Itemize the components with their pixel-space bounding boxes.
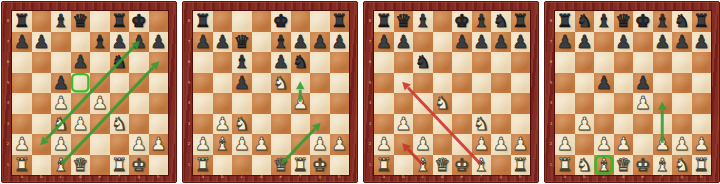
square-d8[interactable]: ♛: [614, 11, 634, 32]
square-d7[interactable]: [252, 32, 272, 53]
square-h2[interactable]: ♟: [511, 134, 531, 155]
piece-black-knight-c6[interactable]: ♞: [415, 53, 431, 71]
piece-white-bishop-f1[interactable]: ♝: [654, 155, 670, 173]
square-h3[interactable]: [692, 114, 712, 135]
square-f4[interactable]: [653, 93, 673, 114]
square-f5[interactable]: [472, 73, 492, 94]
square-b5[interactable]: [213, 73, 233, 94]
square-e7[interactable]: ♟: [452, 32, 472, 53]
square-a2[interactable]: ♟: [374, 134, 394, 155]
square-a8[interactable]: ♜: [555, 11, 575, 32]
square-b2[interactable]: ♝: [213, 134, 233, 155]
square-c4[interactable]: ♟: [51, 93, 71, 114]
square-e7[interactable]: ♝: [90, 32, 110, 53]
square-h8[interactable]: ♜: [330, 11, 350, 32]
square-h6[interactable]: [330, 52, 350, 73]
square-g2[interactable]: ♟: [129, 134, 149, 155]
square-c8[interactable]: ♝: [413, 11, 433, 32]
square-a7[interactable]: ♟: [374, 32, 394, 53]
piece-white-rook-a1[interactable]: ♜: [557, 155, 573, 173]
piece-white-pawn-b3[interactable]: ♟: [576, 114, 592, 132]
square-e4[interactable]: [271, 93, 291, 114]
square-a6[interactable]: [12, 52, 32, 73]
piece-black-pawn-b7[interactable]: ♟: [576, 32, 592, 50]
piece-black-bishop-c8[interactable]: ♝: [596, 12, 612, 30]
square-b6[interactable]: [575, 52, 595, 73]
square-h4[interactable]: [149, 93, 169, 114]
piece-white-pawn-c2[interactable]: ♟: [53, 135, 69, 153]
square-h4[interactable]: [330, 93, 350, 114]
square-c1[interactable]: ♝: [51, 155, 71, 176]
piece-black-pawn-g7[interactable]: ♟: [674, 32, 690, 50]
square-b1[interactable]: [213, 155, 233, 176]
square-h7[interactable]: ♟: [511, 32, 531, 53]
square-c6[interactable]: [594, 52, 614, 73]
square-d3[interactable]: [252, 114, 272, 135]
piece-black-knight-g8[interactable]: ♞: [493, 12, 509, 30]
piece-white-pawn-b3[interactable]: ♟: [395, 114, 411, 132]
square-d6[interactable]: ♟: [71, 52, 91, 73]
square-f6[interactable]: [472, 52, 492, 73]
piece-black-pawn-d6[interactable]: ♟: [72, 53, 88, 71]
square-b8[interactable]: ♛: [394, 11, 414, 32]
square-c3[interactable]: [594, 114, 614, 135]
square-a2[interactable]: ♟: [193, 134, 213, 155]
square-a1[interactable]: ♜: [374, 155, 394, 176]
square-a6[interactable]: [374, 52, 394, 73]
piece-white-knight-f3[interactable]: ♞: [111, 114, 127, 132]
piece-black-rook-a8[interactable]: ♜: [376, 12, 392, 30]
piece-black-queen-b8[interactable]: ♛: [395, 12, 411, 30]
square-b3[interactable]: ♟: [213, 114, 233, 135]
square-b5[interactable]: [575, 73, 595, 94]
piece-white-rook-a1[interactable]: ♜: [195, 155, 211, 173]
square-f2[interactable]: ♟: [653, 134, 673, 155]
square-b1[interactable]: [394, 155, 414, 176]
square-d8[interactable]: [252, 11, 272, 32]
square-d6[interactable]: [614, 52, 634, 73]
square-f3[interactable]: [291, 114, 311, 135]
square-h3[interactable]: [330, 114, 350, 135]
square-f5[interactable]: [653, 73, 673, 94]
square-f2[interactable]: [291, 134, 311, 155]
square-g4[interactable]: [310, 93, 330, 114]
piece-black-pawn-e5[interactable]: ♟: [635, 73, 651, 91]
square-a5[interactable]: [374, 73, 394, 94]
piece-white-pawn-g2[interactable]: ♟: [131, 135, 147, 153]
square-c2[interactable]: ♟: [51, 134, 71, 155]
piece-black-rook-h8[interactable]: ♜: [512, 12, 528, 30]
square-b6[interactable]: [213, 52, 233, 73]
piece-black-pawn-a7[interactable]: ♟: [557, 32, 573, 50]
square-b3[interactable]: ♟: [394, 114, 414, 135]
piece-black-pawn-f7[interactable]: ♟: [654, 32, 670, 50]
square-f8[interactable]: ♜: [110, 11, 130, 32]
square-g2[interactable]: ♟: [672, 134, 692, 155]
square-d4[interactable]: ♞: [433, 93, 453, 114]
piece-white-king-g1[interactable]: ♚: [312, 155, 328, 173]
piece-white-knight-f3[interactable]: ♞: [473, 114, 489, 132]
piece-black-rook-h8[interactable]: ♜: [693, 12, 709, 30]
piece-black-king-e8[interactable]: ♚: [454, 12, 470, 30]
square-d2[interactable]: ♟: [252, 134, 272, 155]
square-f6[interactable]: ♞: [110, 52, 130, 73]
square-g5[interactable]: [129, 73, 149, 94]
square-f8[interactable]: [291, 11, 311, 32]
square-e6[interactable]: [90, 52, 110, 73]
square-b4[interactable]: [394, 93, 414, 114]
square-e6[interactable]: [452, 52, 472, 73]
square-a4[interactable]: [193, 93, 213, 114]
square-c8[interactable]: [232, 11, 252, 32]
square-c4[interactable]: [232, 93, 252, 114]
square-b8[interactable]: ♞: [575, 11, 595, 32]
square-h4[interactable]: [511, 93, 531, 114]
square-a4[interactable]: [12, 93, 32, 114]
square-g3[interactable]: [310, 114, 330, 135]
square-c4[interactable]: [413, 93, 433, 114]
square-h5[interactable]: [149, 73, 169, 94]
square-c3[interactable]: ♞: [232, 114, 252, 135]
square-e8[interactable]: ♚: [271, 11, 291, 32]
piece-black-pawn-g7[interactable]: ♟: [312, 32, 328, 50]
square-g1[interactable]: ♞: [672, 155, 692, 176]
square-a3[interactable]: [555, 114, 575, 135]
square-b6[interactable]: [32, 52, 52, 73]
piece-black-pawn-g7[interactable]: ♟: [131, 32, 147, 50]
square-g3[interactable]: [129, 114, 149, 135]
square-c2[interactable]: ♟: [594, 134, 614, 155]
piece-white-pawn-c2[interactable]: ♟: [234, 135, 250, 153]
square-a1[interactable]: ♜: [12, 155, 32, 176]
square-d7[interactable]: [433, 32, 453, 53]
square-a7[interactable]: ♟: [193, 32, 213, 53]
square-f7[interactable]: ♟: [472, 32, 492, 53]
piece-black-bishop-e7[interactable]: ♝: [273, 32, 289, 50]
piece-white-queen-d1[interactable]: ♛: [72, 155, 88, 173]
square-b8[interactable]: [32, 11, 52, 32]
square-e5[interactable]: ♞: [271, 73, 291, 94]
square-b5[interactable]: [32, 73, 52, 94]
square-h3[interactable]: [149, 114, 169, 135]
square-c7[interactable]: [413, 32, 433, 53]
square-g7[interactable]: ♟: [129, 32, 149, 53]
square-g8[interactable]: [310, 11, 330, 32]
square-f1[interactable]: ♝: [472, 155, 492, 176]
square-f3[interactable]: ♞: [110, 114, 130, 135]
piece-black-pawn-f7[interactable]: ♟: [473, 32, 489, 50]
square-d1[interactable]: ♛: [614, 155, 634, 176]
square-b1[interactable]: [32, 155, 52, 176]
piece-white-knight-e5[interactable]: ♞: [273, 73, 289, 91]
piece-white-pawn-g2[interactable]: ♟: [493, 135, 509, 153]
square-g3[interactable]: [672, 114, 692, 135]
square-e5[interactable]: [452, 73, 472, 94]
square-c6[interactable]: ♞: [413, 52, 433, 73]
square-c1[interactable]: [232, 155, 252, 176]
square-e5[interactable]: [90, 73, 110, 94]
square-e4[interactable]: ♟: [90, 93, 110, 114]
square-f7[interactable]: ♟: [291, 32, 311, 53]
piece-white-pawn-h2[interactable]: ♟: [693, 135, 709, 153]
square-g7[interactable]: ♟: [310, 32, 330, 53]
square-b7[interactable]: ♟: [32, 32, 52, 53]
square-e6[interactable]: [633, 52, 653, 73]
square-g8[interactable]: ♞: [672, 11, 692, 32]
square-c2[interactable]: ♟: [413, 134, 433, 155]
square-c5[interactable]: [413, 73, 433, 94]
piece-black-pawn-c5[interactable]: ♟: [53, 73, 69, 91]
square-b2[interactable]: [32, 134, 52, 155]
piece-black-queen-c7[interactable]: ♛: [234, 32, 250, 50]
square-f5[interactable]: [291, 73, 311, 94]
piece-black-pawn-a7[interactable]: ♟: [376, 32, 392, 50]
piece-white-knight-c3[interactable]: ♞: [234, 114, 250, 132]
square-e3[interactable]: [452, 114, 472, 135]
piece-black-queen-d8[interactable]: ♛: [615, 12, 631, 30]
piece-white-pawn-c4[interactable]: ♟: [53, 94, 69, 112]
square-a6[interactable]: [193, 52, 213, 73]
square-d7[interactable]: ♟: [614, 32, 634, 53]
square-e8[interactable]: ♚: [633, 11, 653, 32]
square-g3[interactable]: [491, 114, 511, 135]
piece-black-pawn-g7[interactable]: ♟: [493, 32, 509, 50]
square-e1[interactable]: [90, 155, 110, 176]
square-g6[interactable]: [491, 52, 511, 73]
piece-white-rook-f1[interactable]: ♜: [111, 155, 127, 173]
piece-white-bishop-c1[interactable]: ♝: [415, 155, 431, 173]
square-d4[interactable]: [614, 93, 634, 114]
square-g7[interactable]: ♟: [491, 32, 511, 53]
piece-white-pawn-c2[interactable]: ♟: [596, 135, 612, 153]
square-a5[interactable]: [12, 73, 32, 94]
square-c1[interactable]: ♝: [594, 155, 614, 176]
piece-black-bishop-c8[interactable]: ♝: [53, 12, 69, 30]
square-d8[interactable]: [433, 11, 453, 32]
square-d4[interactable]: [71, 93, 91, 114]
square-d2[interactable]: [433, 134, 453, 155]
piece-black-pawn-h7[interactable]: ♟: [331, 32, 347, 50]
square-h7[interactable]: ♟: [149, 32, 169, 53]
piece-white-pawn-h2[interactable]: ♟: [331, 135, 347, 153]
square-e1[interactable]: ♛: [271, 155, 291, 176]
square-e8[interactable]: ♚: [452, 11, 472, 32]
piece-black-bishop-e7[interactable]: ♝: [92, 32, 108, 50]
square-e7[interactable]: ♝: [271, 32, 291, 53]
piece-white-knight-c3[interactable]: ♞: [53, 114, 69, 132]
square-b4[interactable]: [575, 93, 595, 114]
square-e7[interactable]: [633, 32, 653, 53]
square-d5[interactable]: [614, 73, 634, 94]
square-b8[interactable]: [213, 11, 233, 32]
square-f7[interactable]: ♟: [110, 32, 130, 53]
piece-white-rook-f1[interactable]: ♜: [292, 155, 308, 173]
piece-white-rook-h1[interactable]: ♜: [693, 155, 709, 173]
piece-black-king-e8[interactable]: ♚: [635, 12, 651, 30]
square-d3[interactable]: [614, 114, 634, 135]
square-h5[interactable]: [330, 73, 350, 94]
square-d5[interactable]: [252, 73, 272, 94]
piece-white-bishop-f1[interactable]: ♝: [473, 155, 489, 173]
piece-white-queen-d1[interactable]: ♛: [615, 155, 631, 173]
square-h7[interactable]: ♟: [330, 32, 350, 53]
piece-black-pawn-e6[interactable]: ♟: [273, 53, 289, 71]
piece-black-pawn-c5[interactable]: ♟: [234, 73, 250, 91]
square-f4[interactable]: [472, 93, 492, 114]
square-h8[interactable]: [149, 11, 169, 32]
square-b7[interactable]: ♟: [575, 32, 595, 53]
square-h1[interactable]: ♜: [692, 155, 712, 176]
piece-black-rook-h8[interactable]: ♜: [331, 12, 347, 30]
piece-white-queen-d1[interactable]: ♛: [434, 155, 450, 173]
square-h8[interactable]: ♜: [511, 11, 531, 32]
square-b2[interactable]: [394, 134, 414, 155]
piece-white-pawn-g2[interactable]: ♟: [674, 135, 690, 153]
square-c5[interactable]: ♟: [51, 73, 71, 94]
piece-white-pawn-a2[interactable]: ♟: [376, 135, 392, 153]
square-b3[interactable]: ♟: [575, 114, 595, 135]
square-a7[interactable]: ♟: [12, 32, 32, 53]
square-f1[interactable]: ♜: [291, 155, 311, 176]
piece-white-pawn-b3[interactable]: ♟: [214, 114, 230, 132]
piece-white-pawn-d2[interactable]: ♟: [615, 135, 631, 153]
square-a2[interactable]: ♟: [555, 134, 575, 155]
square-c5[interactable]: ♟: [232, 73, 252, 94]
square-f6[interactable]: ♞: [291, 52, 311, 73]
piece-white-pawn-d3[interactable]: ♟: [72, 114, 88, 132]
piece-white-pawn-a2[interactable]: ♟: [14, 135, 30, 153]
square-g6[interactable]: [672, 52, 692, 73]
square-h2[interactable]: ♟: [330, 134, 350, 155]
piece-white-pawn-g2[interactable]: ♟: [312, 135, 328, 153]
square-d3[interactable]: ♟: [71, 114, 91, 135]
square-g1[interactable]: ♚: [129, 155, 149, 176]
piece-white-rook-a1[interactable]: ♜: [14, 155, 30, 173]
square-e3[interactable]: [633, 114, 653, 135]
square-g6[interactable]: [310, 52, 330, 73]
piece-white-rook-a1[interactable]: ♜: [376, 155, 392, 173]
square-a5[interactable]: [555, 73, 575, 94]
square-g2[interactable]: ♟: [310, 134, 330, 155]
square-d1[interactable]: ♛: [433, 155, 453, 176]
square-a3[interactable]: [193, 114, 213, 135]
square-e8[interactable]: [90, 11, 110, 32]
square-g2[interactable]: ♟: [491, 134, 511, 155]
square-d8[interactable]: ♛: [71, 11, 91, 32]
piece-white-queen-e1[interactable]: ♛: [273, 155, 289, 173]
piece-white-knight-d4[interactable]: ♞: [434, 94, 450, 112]
square-g5[interactable]: [310, 73, 330, 94]
square-h8[interactable]: ♜: [692, 11, 712, 32]
square-c8[interactable]: ♝: [51, 11, 71, 32]
square-e5[interactable]: ♟: [633, 73, 653, 94]
piece-black-pawn-b7[interactable]: ♟: [395, 32, 411, 50]
piece-white-pawn-c2[interactable]: ♟: [415, 135, 431, 153]
piece-black-knight-f6[interactable]: ♞: [292, 53, 308, 71]
piece-black-king-e8[interactable]: ♚: [273, 12, 289, 30]
square-e1[interactable]: ♚: [633, 155, 653, 176]
square-g5[interactable]: [491, 73, 511, 94]
square-b7[interactable]: ♟: [213, 32, 233, 53]
square-h2[interactable]: ♟: [149, 134, 169, 155]
piece-black-knight-b8[interactable]: ♞: [576, 12, 592, 30]
square-h1[interactable]: ♜: [511, 155, 531, 176]
square-d1[interactable]: [252, 155, 272, 176]
square-a4[interactable]: [374, 93, 394, 114]
square-d5[interactable]: [71, 73, 91, 94]
square-e1[interactable]: ♚: [452, 155, 472, 176]
square-h4[interactable]: [692, 93, 712, 114]
square-h1[interactable]: [149, 155, 169, 176]
piece-black-pawn-b7[interactable]: ♟: [214, 32, 230, 50]
square-b2[interactable]: [575, 134, 595, 155]
square-e2[interactable]: [271, 134, 291, 155]
square-f2[interactable]: ♟: [472, 134, 492, 155]
square-a1[interactable]: ♜: [555, 155, 575, 176]
square-b1[interactable]: ♞: [575, 155, 595, 176]
square-d5[interactable]: [433, 73, 453, 94]
piece-white-king-e1[interactable]: ♚: [454, 155, 470, 173]
square-c2[interactable]: ♟: [232, 134, 252, 155]
piece-black-rook-a8[interactable]: ♜: [557, 12, 573, 30]
square-f4[interactable]: ♟: [291, 93, 311, 114]
piece-black-pawn-f7[interactable]: ♟: [111, 32, 127, 50]
square-d2[interactable]: [71, 134, 91, 155]
square-e2[interactable]: [90, 134, 110, 155]
piece-white-knight-b1[interactable]: ♞: [576, 155, 592, 173]
square-c7[interactable]: ♛: [232, 32, 252, 53]
piece-white-pawn-f2[interactable]: ♟: [654, 135, 670, 153]
square-c6[interactable]: ♝: [232, 52, 252, 73]
square-a3[interactable]: [374, 114, 394, 135]
square-f6[interactable]: [653, 52, 673, 73]
piece-black-pawn-b7[interactable]: ♟: [33, 32, 49, 50]
square-h5[interactable]: [692, 73, 712, 94]
piece-black-bishop-c6[interactable]: ♝: [234, 53, 250, 71]
square-a8[interactable]: ♜: [374, 11, 394, 32]
square-d2[interactable]: ♟: [614, 134, 634, 155]
square-f3[interactable]: ♞: [472, 114, 492, 135]
square-c3[interactable]: [413, 114, 433, 135]
piece-white-pawn-d2[interactable]: ♟: [253, 135, 269, 153]
square-c5[interactable]: ♟: [594, 73, 614, 94]
square-e4[interactable]: ♟: [633, 93, 653, 114]
square-e2[interactable]: [633, 134, 653, 155]
square-c3[interactable]: ♞: [51, 114, 71, 135]
piece-black-rook-f8[interactable]: ♜: [111, 12, 127, 30]
piece-black-pawn-h7[interactable]: ♟: [693, 32, 709, 50]
piece-black-queen-d8[interactable]: ♛: [72, 12, 88, 30]
square-g4[interactable]: [672, 93, 692, 114]
square-e4[interactable]: [452, 93, 472, 114]
square-g1[interactable]: ♚: [310, 155, 330, 176]
square-a6[interactable]: [555, 52, 575, 73]
piece-white-pawn-h2[interactable]: ♟: [150, 135, 166, 153]
piece-black-pawn-d7[interactable]: ♟: [615, 32, 631, 50]
square-f8[interactable]: ♝: [653, 11, 673, 32]
square-c7[interactable]: [51, 32, 71, 53]
piece-black-pawn-a7[interactable]: ♟: [14, 32, 30, 50]
square-g6[interactable]: [129, 52, 149, 73]
square-f3[interactable]: [653, 114, 673, 135]
square-a8[interactable]: ♜: [193, 11, 213, 32]
piece-black-king-g8[interactable]: ♚: [131, 12, 147, 30]
square-c8[interactable]: ♝: [594, 11, 614, 32]
square-d1[interactable]: ♛: [71, 155, 91, 176]
square-g5[interactable]: [672, 73, 692, 94]
square-a3[interactable]: [12, 114, 32, 135]
square-d6[interactable]: [252, 52, 272, 73]
